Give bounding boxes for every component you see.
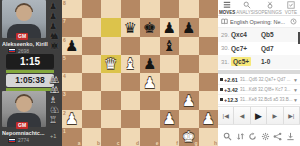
- white-pawn[interactable]: ♟: [163, 111, 176, 126]
- square-a1[interactable]: 1a: [62, 128, 82, 146]
- black-move[interactable]: Qd7: [261, 45, 291, 52]
- square-h8[interactable]: [199, 0, 219, 18]
- bottom-player-rating: 2774: [18, 137, 29, 143]
- players-sidebar: GM Alekseenko, Kirill 2698 1:15 ♟♟♟♞♞♜♜ …: [0, 0, 62, 146]
- square-e6[interactable]: [140, 37, 160, 55]
- chevron-down-icon[interactable]: ▼: [293, 97, 298, 103]
- square-f3[interactable]: [160, 91, 180, 109]
- opening-row[interactable]: English Opening: Ne...: [218, 16, 300, 28]
- panel-divider: [218, 70, 300, 74]
- rank-label-8: 8: [63, 1, 66, 6]
- square-g8[interactable]: [179, 0, 199, 18]
- square-h1[interactable]: h: [199, 128, 219, 146]
- square-a3[interactable]: 3: [62, 91, 82, 109]
- rank-label-5: 5: [63, 56, 66, 61]
- chess-watch-app: GM Alekseenko, Kirill 2698 1:15 ♟♟♟♞♞♜♜ …: [0, 0, 300, 146]
- engine-line-moves: 31...Ke8 32.Bc6 a5 33.B...: [240, 97, 293, 102]
- rank-label-4: 4: [63, 74, 66, 79]
- file-label-d: d: [136, 141, 139, 146]
- move-list-scrollbar[interactable]: [298, 32, 300, 44]
- file-label-g: g: [194, 141, 197, 146]
- square-f5[interactable]: [160, 55, 180, 73]
- white-move[interactable]: Qc7+: [231, 45, 261, 52]
- black-move[interactable]: Qb5: [261, 31, 291, 38]
- move-number: 31.: [221, 59, 231, 65]
- clock-icon[interactable]: [290, 18, 297, 25]
- black-pawn[interactable]: ♟: [65, 38, 78, 53]
- russia-flag-icon: [8, 138, 16, 143]
- square-h4[interactable]: [199, 73, 219, 91]
- captured-piece-group: ♞♞: [49, 31, 61, 41]
- square-a6[interactable]: 6♟: [62, 37, 82, 55]
- square-e1[interactable]: e: [140, 128, 160, 146]
- captured-piece-group: ♟: [49, 1, 61, 11]
- square-d4[interactable]: [121, 73, 141, 91]
- square-b3[interactable]: [82, 91, 102, 109]
- white-queen[interactable]: ♛: [104, 56, 117, 71]
- square-g3[interactable]: ♟: [179, 91, 199, 109]
- square-a2[interactable]: 2♟: [62, 110, 82, 128]
- move-number: 30.: [221, 45, 231, 51]
- square-a5[interactable]: 5: [62, 55, 82, 73]
- square-f7[interactable]: ♟: [160, 18, 180, 36]
- share-icon[interactable]: [273, 132, 282, 141]
- square-f6[interactable]: ♝: [160, 37, 180, 55]
- line-bullet: [220, 98, 223, 101]
- engine-line[interactable]: +12.331...Ke8 32.Bc6 a5 33.B...▼: [218, 95, 300, 105]
- square-c6[interactable]: [101, 37, 121, 55]
- top-player-clock: 1:15: [6, 54, 54, 69]
- go-back-button[interactable]: ◀: [234, 107, 250, 124]
- download-icon[interactable]: [286, 132, 295, 141]
- file-label-c: c: [117, 141, 120, 146]
- move-navigation: |◀◀▶▶▶|: [218, 106, 300, 125]
- captured-piece-group: ♟: [49, 21, 61, 31]
- square-h6[interactable]: [199, 37, 219, 55]
- square-b5[interactable]: [82, 55, 102, 73]
- move-list: 29.Qxc4Qb530.Qc7+Qd731.Qc5+1-0: [218, 28, 300, 69]
- list-icon: [223, 1, 231, 9]
- top-player-title-badge: GM: [16, 33, 28, 40]
- white-pawn[interactable]: ♟: [65, 111, 78, 126]
- square-f1[interactable]: f: [160, 128, 180, 146]
- move-row-31: 31.Qc5+1-0: [218, 55, 300, 69]
- square-b8[interactable]: [82, 0, 102, 18]
- file-label-h: h: [214, 141, 217, 146]
- white-bishop[interactable]: ♝: [124, 56, 137, 71]
- rank-label-1: 1: [63, 129, 66, 134]
- flip-board-icon[interactable]: [236, 132, 245, 141]
- square-g4[interactable]: [179, 73, 199, 91]
- analysis-panel: MOVESANALYSISOPENINGSVOTE English Openin…: [218, 0, 300, 146]
- white-pawn[interactable]: ♟: [202, 111, 215, 126]
- square-e2[interactable]: [140, 110, 160, 128]
- panel-tabs: MOVESANALYSISOPENINGSVOTE: [218, 0, 300, 16]
- engine-eval: +12.3: [224, 97, 238, 103]
- settings-gear-icon[interactable]: [261, 132, 270, 141]
- square-b4[interactable]: [82, 73, 102, 91]
- white-king[interactable]: ♚: [182, 129, 195, 144]
- square-b1[interactable]: b: [82, 128, 102, 146]
- square-c5[interactable]: ♛: [101, 55, 121, 73]
- opening-name: English Opening: Ne...: [230, 19, 288, 25]
- square-b6[interactable]: [82, 37, 102, 55]
- square-h3[interactable]: [199, 91, 219, 109]
- chevron-down-icon[interactable]: ▼: [293, 87, 298, 93]
- engine-lines: +2.6131...Qd6 32.Qa7+ Qd7 ...▼+3.4231...…: [218, 75, 300, 105]
- go-start-button[interactable]: |◀: [218, 107, 234, 124]
- square-b7[interactable]: [82, 18, 102, 36]
- white-pawn[interactable]: ♟: [182, 93, 195, 108]
- top-player-captured-pieces: ♟♟♟♞♞♜♜: [49, 1, 61, 51]
- square-h2[interactable]: ♟: [199, 110, 219, 128]
- square-h7[interactable]: [199, 18, 219, 36]
- white-move[interactable]: Qxc4: [231, 31, 261, 38]
- black-move[interactable]: 1-0: [261, 58, 291, 65]
- square-g6[interactable]: [179, 37, 199, 55]
- bottom-player-title-badge: GM: [16, 122, 28, 129]
- square-a4[interactable]: 4: [62, 73, 82, 91]
- square-d2[interactable]: [121, 110, 141, 128]
- go-end-button[interactable]: ▶|: [284, 107, 300, 124]
- captured-piece-group: ♜♜: [49, 41, 61, 51]
- engine-eval: +3.42: [224, 87, 238, 93]
- bottom-player-captured-pieces: ♙♙♙♙♗♘♘♖: [49, 75, 61, 125]
- square-g7[interactable]: ♟: [179, 18, 199, 36]
- square-d1[interactable]: d: [121, 128, 141, 146]
- rank-label-6: 6: [63, 38, 66, 43]
- square-f2[interactable]: ♟: [160, 110, 180, 128]
- square-d6[interactable]: [121, 37, 141, 55]
- top-player-time-bar: [6, 70, 54, 73]
- captured-piece-group: ♘♘: [49, 105, 61, 115]
- magnifier-icon[interactable]: [223, 132, 232, 141]
- captured-piece-group: ♗: [49, 95, 61, 105]
- square-g5[interactable]: [179, 55, 199, 73]
- white-move[interactable]: Qc5+: [231, 58, 261, 65]
- file-label-f: f: [176, 141, 178, 146]
- rank-label-3: 3: [63, 92, 66, 97]
- square-c2[interactable]: [101, 110, 121, 128]
- file-label-a: a: [78, 141, 81, 146]
- black-queen[interactable]: ♛: [124, 20, 137, 35]
- square-d8[interactable]: [121, 0, 141, 18]
- captured-piece-group: ♖: [49, 115, 61, 125]
- rank-label-2: 2: [63, 111, 66, 116]
- chess-board[interactable]: 87♛♚♟♟6♟♝5♛♝♟4♟3♟2♟♟♟1abcdefg♚h: [62, 0, 218, 146]
- square-f8[interactable]: [160, 0, 180, 18]
- square-g2[interactable]: [179, 110, 199, 128]
- square-d7[interactable]: ♛: [121, 18, 141, 36]
- engine-line[interactable]: +3.4231...Kd8 32.Qf8+ Kc7 3...▼: [218, 85, 300, 95]
- play-button[interactable]: ▶: [251, 107, 267, 124]
- black-pawn[interactable]: ♟: [143, 56, 156, 71]
- chevron-down-icon[interactable]: ▼: [293, 77, 298, 83]
- bottom-toolbar: [218, 127, 300, 146]
- move-number: 29.: [221, 32, 231, 38]
- square-c7[interactable]: [101, 18, 121, 36]
- engine-line[interactable]: +2.6131...Qd6 32.Qa7+ Qd7 ...▼: [218, 75, 300, 85]
- square-f4[interactable]: [160, 73, 180, 91]
- square-d3[interactable]: [121, 91, 141, 109]
- book-icon: [221, 18, 228, 25]
- line-bullet: [220, 88, 223, 91]
- captured-piece-group: ♙♙: [49, 85, 61, 95]
- line-bullet: [220, 78, 223, 81]
- square-d5[interactable]: ♝: [121, 55, 141, 73]
- file-label-b: b: [97, 141, 100, 146]
- go-forward-button[interactable]: ▶: [267, 107, 283, 124]
- square-a7[interactable]: 7: [62, 18, 82, 36]
- material-advantage: +1: [50, 133, 56, 139]
- square-c8[interactable]: [101, 0, 121, 18]
- file-label-e: e: [156, 141, 159, 146]
- move-row-29: 29.Qxc4Qb5: [218, 28, 300, 42]
- rank-label-7: 7: [63, 19, 66, 24]
- black-bishop[interactable]: ♝: [163, 38, 176, 53]
- square-c3[interactable]: [101, 91, 121, 109]
- tab-analysis[interactable]: ANALYSIS: [236, 0, 258, 15]
- square-e3[interactable]: [140, 91, 160, 109]
- square-c1[interactable]: c: [101, 128, 121, 146]
- black-king[interactable]: ♚: [143, 20, 156, 35]
- square-h5[interactable]: [199, 55, 219, 73]
- captured-piece-group: ♙♙: [49, 75, 61, 85]
- engine-line-moves: 31...Qd6 32.Qa7+ Qd7 ...: [240, 77, 293, 82]
- move-row-30: 30.Qc7+Qd7: [218, 42, 300, 56]
- square-c4[interactable]: [101, 73, 121, 91]
- black-pawn[interactable]: ♟: [163, 20, 176, 35]
- russia-flag-icon: [8, 48, 16, 53]
- square-b2[interactable]: [82, 110, 102, 128]
- square-g1[interactable]: g♚: [179, 128, 199, 146]
- square-e8[interactable]: [140, 0, 160, 18]
- magnifier-icon: [243, 1, 251, 9]
- square-e7[interactable]: ♚: [140, 18, 160, 36]
- captured-piece-group: ♟: [49, 11, 61, 21]
- square-e4[interactable]: ♟: [140, 73, 160, 91]
- tab-vote[interactable]: VOTE: [282, 0, 300, 15]
- square-a8[interactable]: 8: [62, 0, 82, 18]
- bottom-player-clock: 1:05:38: [6, 74, 54, 87]
- engine-line-moves: 31...Kd8 32.Qf8+ Kc7 3...: [240, 87, 293, 92]
- square-e5[interactable]: ♟: [140, 55, 160, 73]
- top-player-rating: 2698: [18, 48, 29, 54]
- medal-icon: [266, 1, 274, 9]
- tab-openings[interactable]: OPENINGS: [258, 0, 282, 15]
- vote-icon: [287, 1, 295, 9]
- reload-icon[interactable]: [248, 132, 257, 141]
- white-pawn[interactable]: ♟: [143, 75, 156, 90]
- tab-moves[interactable]: MOVES: [218, 0, 236, 15]
- engine-eval: +2.61: [224, 77, 238, 83]
- black-pawn[interactable]: ♟: [182, 20, 195, 35]
